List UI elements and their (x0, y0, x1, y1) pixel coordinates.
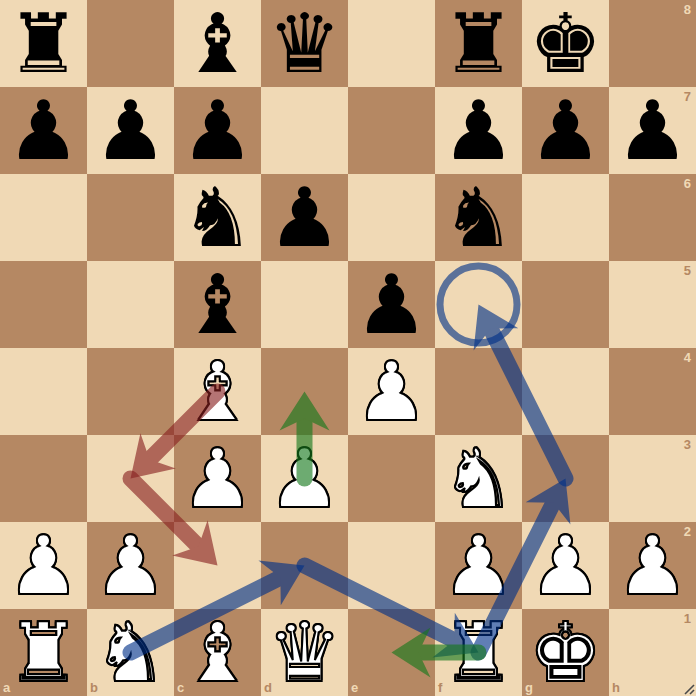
square-f4[interactable] (435, 348, 522, 435)
square-c3[interactable]: ♟ (174, 435, 261, 522)
white-pawn[interactable]: ♟ (0, 522, 87, 609)
square-h2[interactable]: ♟2 (609, 522, 696, 609)
square-d5[interactable] (261, 261, 348, 348)
square-d6[interactable]: ♟ (261, 174, 348, 261)
white-pawn[interactable]: ♟ (348, 348, 435, 435)
white-bishop[interactable]: ♝ (174, 609, 261, 696)
black-bishop[interactable]: ♝ (174, 261, 261, 348)
black-pawn[interactable]: ♟ (348, 261, 435, 348)
square-b6[interactable] (87, 174, 174, 261)
square-b2[interactable]: ♟ (87, 522, 174, 609)
black-rook[interactable]: ♜ (435, 0, 522, 87)
square-g1[interactable]: ♚g (522, 609, 609, 696)
square-h7[interactable]: ♟7 (609, 87, 696, 174)
black-knight[interactable]: ♞ (174, 174, 261, 261)
square-b3[interactable] (87, 435, 174, 522)
square-a1[interactable]: ♜a (0, 609, 87, 696)
coord-rank-2: 2 (684, 524, 691, 539)
white-king[interactable]: ♚ (522, 609, 609, 696)
coord-file-f: f (438, 680, 442, 695)
square-g5[interactable] (522, 261, 609, 348)
coord-rank-6: 6 (684, 176, 691, 191)
black-pawn[interactable]: ♟ (435, 87, 522, 174)
coord-rank-5: 5 (684, 263, 691, 278)
square-e2[interactable] (348, 522, 435, 609)
square-f3[interactable]: ♞ (435, 435, 522, 522)
square-e1[interactable]: e (348, 609, 435, 696)
square-f1[interactable]: ♜f (435, 609, 522, 696)
coord-file-a: a (3, 680, 10, 695)
square-h6[interactable]: 6 (609, 174, 696, 261)
black-knight[interactable]: ♞ (435, 174, 522, 261)
white-bishop[interactable]: ♝ (174, 348, 261, 435)
square-b5[interactable] (87, 261, 174, 348)
square-h8[interactable]: 8 (609, 0, 696, 87)
white-pawn[interactable]: ♟ (522, 522, 609, 609)
square-e6[interactable] (348, 174, 435, 261)
black-queen[interactable]: ♛ (261, 0, 348, 87)
square-e3[interactable] (348, 435, 435, 522)
chess-board-container: ♜♝♛♜♚8♟♟♟♟♟♟7♞♟♞6♝♟5♝♟4♟♟♞3♟♟♟♟♟2♜a♞b♝c♛… (0, 0, 696, 696)
square-d7[interactable] (261, 87, 348, 174)
coord-rank-4: 4 (684, 350, 691, 365)
coord-rank-3: 3 (684, 437, 691, 452)
coord-file-g: g (525, 680, 533, 695)
square-h4[interactable]: 4 (609, 348, 696, 435)
square-f6[interactable]: ♞ (435, 174, 522, 261)
square-d1[interactable]: ♛d (261, 609, 348, 696)
square-h3[interactable]: 3 (609, 435, 696, 522)
square-a3[interactable] (0, 435, 87, 522)
square-d3[interactable]: ♟ (261, 435, 348, 522)
square-f5[interactable] (435, 261, 522, 348)
square-a8[interactable]: ♜ (0, 0, 87, 87)
coord-rank-1: 1 (684, 611, 691, 626)
square-e7[interactable] (348, 87, 435, 174)
square-d4[interactable] (261, 348, 348, 435)
black-pawn[interactable]: ♟ (522, 87, 609, 174)
white-pawn[interactable]: ♟ (174, 435, 261, 522)
coord-file-c: c (177, 680, 184, 695)
white-pawn[interactable]: ♟ (87, 522, 174, 609)
square-a7[interactable]: ♟ (0, 87, 87, 174)
black-pawn[interactable]: ♟ (261, 174, 348, 261)
square-b8[interactable] (87, 0, 174, 87)
square-f8[interactable]: ♜ (435, 0, 522, 87)
square-e4[interactable]: ♟ (348, 348, 435, 435)
black-rook[interactable]: ♜ (0, 0, 87, 87)
square-g6[interactable] (522, 174, 609, 261)
coord-rank-8: 8 (684, 2, 691, 17)
square-c4[interactable]: ♝ (174, 348, 261, 435)
white-rook[interactable]: ♜ (0, 609, 87, 696)
white-queen[interactable]: ♛ (261, 609, 348, 696)
square-c6[interactable]: ♞ (174, 174, 261, 261)
square-g8[interactable]: ♚ (522, 0, 609, 87)
square-f2[interactable]: ♟ (435, 522, 522, 609)
white-pawn[interactable]: ♟ (261, 435, 348, 522)
coord-file-h: h (612, 680, 620, 695)
black-pawn[interactable]: ♟ (174, 87, 261, 174)
white-knight[interactable]: ♞ (87, 609, 174, 696)
coord-file-b: b (90, 680, 98, 695)
white-knight[interactable]: ♞ (435, 435, 522, 522)
square-g3[interactable] (522, 435, 609, 522)
square-d8[interactable]: ♛ (261, 0, 348, 87)
square-a4[interactable] (0, 348, 87, 435)
square-c5[interactable]: ♝ (174, 261, 261, 348)
square-e5[interactable]: ♟ (348, 261, 435, 348)
square-b1[interactable]: ♞b (87, 609, 174, 696)
square-g4[interactable] (522, 348, 609, 435)
square-b7[interactable]: ♟ (87, 87, 174, 174)
square-g2[interactable]: ♟ (522, 522, 609, 609)
square-c8[interactable]: ♝ (174, 0, 261, 87)
black-pawn[interactable]: ♟ (87, 87, 174, 174)
square-b4[interactable] (87, 348, 174, 435)
square-g7[interactable]: ♟ (522, 87, 609, 174)
square-c1[interactable]: ♝c (174, 609, 261, 696)
board-resize-handle[interactable] (681, 681, 695, 695)
black-king[interactable]: ♚ (522, 0, 609, 87)
square-c2[interactable] (174, 522, 261, 609)
square-h5[interactable]: 5 (609, 261, 696, 348)
coord-rank-7: 7 (684, 89, 691, 104)
black-bishop[interactable]: ♝ (174, 0, 261, 87)
chess-board: ♜♝♛♜♚8♟♟♟♟♟♟7♞♟♞6♝♟5♝♟4♟♟♞3♟♟♟♟♟2♜a♞b♝c♛… (0, 0, 696, 696)
square-a6[interactable] (0, 174, 87, 261)
square-a2[interactable]: ♟ (0, 522, 87, 609)
square-c7[interactable]: ♟ (174, 87, 261, 174)
coord-file-d: d (264, 680, 272, 695)
coord-file-e: e (351, 680, 358, 695)
square-a5[interactable] (0, 261, 87, 348)
white-rook[interactable]: ♜ (435, 609, 522, 696)
square-e8[interactable] (348, 0, 435, 87)
square-f7[interactable]: ♟ (435, 87, 522, 174)
black-pawn[interactable]: ♟ (0, 87, 87, 174)
square-d2[interactable] (261, 522, 348, 609)
white-pawn[interactable]: ♟ (435, 522, 522, 609)
